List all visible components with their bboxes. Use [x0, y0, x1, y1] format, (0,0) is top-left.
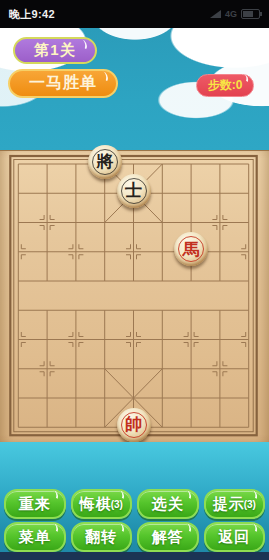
puzzle-name-label: 一马胜单 [29, 73, 97, 94]
network-type-label: 4G [225, 9, 237, 19]
shine-icon [51, 490, 60, 499]
app-screen: 晚上9:42 4G 第1关 一马胜单 步数:0 將士馬帥 重来 悔棋(3) 选关 [0, 0, 269, 560]
steps-counter-badge: 步数:0 [196, 74, 254, 97]
menu-button[interactable]: 菜单 [4, 522, 66, 552]
shine-icon [51, 523, 60, 532]
status-bar: 晚上9:42 4G [0, 0, 269, 28]
xiangqi-board[interactable]: 將士馬帥 [0, 150, 269, 443]
steps-counter-label: 步数:0 [208, 77, 243, 94]
shine-icon [184, 523, 193, 532]
select-level-button[interactable]: 选关 [137, 489, 199, 519]
battery-icon [241, 9, 260, 19]
status-time: 晚上9:42 [9, 7, 55, 22]
piece-character: 士 [117, 174, 151, 208]
shine-icon [117, 523, 126, 532]
status-icons: 4G [210, 9, 260, 19]
shine-icon [250, 523, 259, 532]
puzzle-name-badge: 一马胜单 [8, 69, 118, 98]
bottom-strip [0, 552, 269, 560]
back-button[interactable]: 返回 [204, 522, 266, 552]
hint-button[interactable]: 提示(3) [204, 489, 266, 519]
red-horse-piece[interactable]: 馬 [174, 232, 208, 266]
restart-button[interactable]: 重来 [4, 489, 66, 519]
shine-icon [99, 71, 110, 81]
shine-icon [241, 74, 250, 82]
solution-button[interactable]: 解答 [137, 522, 199, 552]
black-advisor-piece[interactable]: 士 [117, 174, 151, 208]
undo-button[interactable]: 悔棋(3) [71, 489, 133, 519]
piece-character: 帥 [117, 408, 151, 442]
piece-character: 馬 [174, 232, 208, 266]
level-badge[interactable]: 第1关 [13, 37, 97, 64]
toolbar: 重来 悔棋(3) 选关 提示(3) 菜单 翻转 解答 返回 [0, 489, 269, 552]
flip-button[interactable]: 翻转 [71, 522, 133, 552]
shine-icon [78, 39, 89, 49]
shine-icon [184, 490, 193, 499]
level-badge-label: 第1关 [34, 41, 75, 60]
signal-icon [210, 10, 221, 18]
red-general-piece[interactable]: 帥 [117, 408, 151, 442]
